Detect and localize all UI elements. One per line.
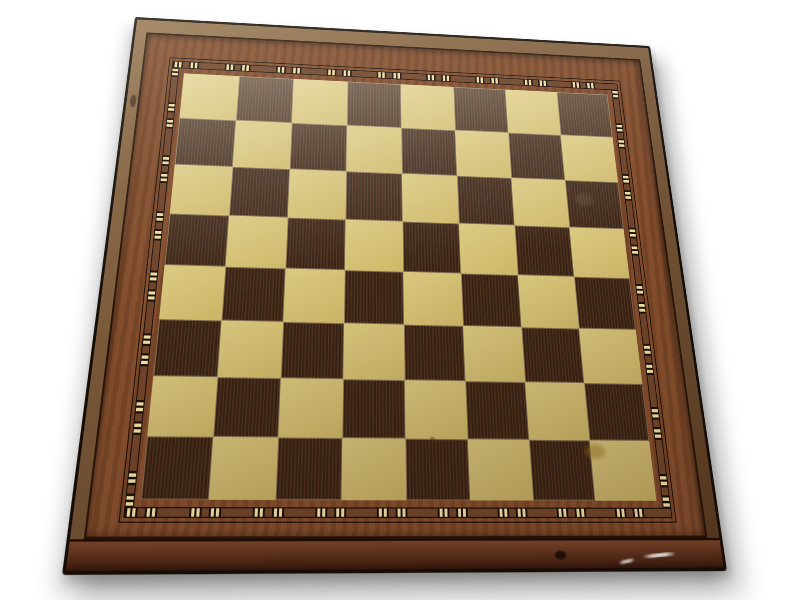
square-a6[interactable]	[170, 165, 233, 216]
square-d4[interactable]	[344, 270, 404, 324]
inlay-border-outer-line	[119, 57, 677, 523]
square-h7[interactable]	[561, 135, 618, 182]
square-a4[interactable]	[159, 265, 225, 321]
chessboard-squares	[141, 73, 657, 501]
square-e2[interactable]	[405, 380, 468, 439]
square-f3[interactable]	[463, 326, 525, 382]
square-b4[interactable]	[222, 267, 286, 322]
square-f5[interactable]	[459, 223, 518, 275]
frame-front-edge	[66, 538, 724, 571]
square-b3[interactable]	[218, 321, 284, 379]
square-f2[interactable]	[465, 381, 529, 440]
square-d1[interactable]	[341, 438, 406, 500]
square-f6[interactable]	[457, 176, 515, 226]
square-f4[interactable]	[461, 273, 521, 327]
inlay-border-inner-line	[133, 67, 664, 509]
square-a2[interactable]	[147, 376, 217, 437]
square-c3[interactable]	[281, 322, 344, 379]
square-e8[interactable]	[401, 84, 455, 130]
square-h8[interactable]	[557, 92, 613, 137]
square-c6[interactable]	[288, 169, 347, 219]
wood-knot	[129, 95, 137, 108]
square-a5[interactable]	[165, 214, 230, 267]
square-a8[interactable]	[179, 73, 239, 120]
square-g3[interactable]	[521, 327, 584, 383]
square-e4[interactable]	[403, 272, 463, 326]
square-a1[interactable]	[141, 436, 213, 500]
square-a7[interactable]	[175, 118, 236, 167]
board-surface	[84, 32, 708, 539]
square-c5[interactable]	[286, 218, 346, 271]
scratch-mark	[642, 551, 676, 558]
square-f8[interactable]	[453, 87, 508, 133]
square-e1[interactable]	[405, 439, 470, 501]
square-e7[interactable]	[401, 128, 457, 176]
wood-knot	[554, 550, 567, 560]
square-d8[interactable]	[347, 82, 401, 128]
square-g4[interactable]	[518, 275, 579, 328]
square-g2[interactable]	[525, 382, 589, 440]
square-f1[interactable]	[468, 439, 533, 500]
square-e6[interactable]	[402, 174, 459, 224]
square-f7[interactable]	[455, 130, 511, 178]
square-b6[interactable]	[229, 167, 290, 218]
square-d6[interactable]	[346, 171, 403, 221]
square-b2[interactable]	[213, 377, 281, 437]
chessboard-photo	[62, 17, 727, 575]
square-h2[interactable]	[584, 383, 649, 441]
square-d7[interactable]	[346, 125, 402, 173]
square-d3[interactable]	[343, 323, 405, 380]
inlay-dash-band	[123, 61, 672, 518]
square-g5[interactable]	[515, 225, 575, 276]
square-c1[interactable]	[276, 437, 343, 500]
square-h6[interactable]	[565, 180, 624, 229]
photo-stage	[0, 0, 800, 600]
square-b7[interactable]	[233, 120, 292, 169]
square-c2[interactable]	[278, 378, 343, 438]
square-e5[interactable]	[403, 222, 461, 274]
square-h5[interactable]	[569, 227, 629, 278]
square-c7[interactable]	[290, 123, 347, 171]
square-g6[interactable]	[511, 178, 569, 227]
inlay-strip-bottom	[124, 508, 671, 517]
square-c4[interactable]	[283, 268, 345, 323]
square-b1[interactable]	[209, 437, 279, 500]
square-b5[interactable]	[225, 216, 287, 269]
square-c8[interactable]	[292, 79, 348, 126]
square-h3[interactable]	[579, 329, 642, 384]
square-b8[interactable]	[236, 76, 294, 123]
square-a3[interactable]	[153, 319, 221, 377]
board-frame	[62, 17, 727, 575]
square-h4[interactable]	[574, 277, 636, 330]
square-d5[interactable]	[345, 220, 403, 272]
scratch-mark	[618, 557, 635, 564]
square-g7[interactable]	[508, 133, 565, 180]
square-d2[interactable]	[342, 379, 405, 438]
square-e3[interactable]	[404, 325, 465, 382]
square-g8[interactable]	[505, 89, 560, 135]
